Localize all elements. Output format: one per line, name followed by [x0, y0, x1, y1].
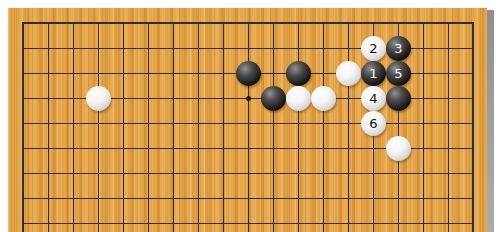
black-stone-Q17: 5 — [386, 61, 411, 86]
grid-line-horizontal — [22, 123, 474, 124]
go-diagram-page: 231546 — [0, 0, 500, 232]
grid-line-vertical — [73, 22, 74, 232]
black-stone-Q18: 3 — [386, 36, 411, 61]
black-stone-Q16 — [386, 86, 411, 111]
white-stone-M16 — [286, 86, 311, 111]
white-stone-P15: 6 — [361, 111, 386, 136]
grid-line-vertical — [248, 22, 249, 232]
grid-line-vertical — [423, 22, 424, 232]
white-stone-Q14 — [386, 136, 411, 161]
grid-line-horizontal — [22, 173, 474, 174]
move-number-label: 2 — [369, 42, 377, 55]
grid-line-vertical — [273, 22, 274, 232]
grid-line-horizontal — [22, 22, 474, 24]
grid-line-vertical — [198, 22, 199, 232]
grid-line-horizontal — [22, 223, 474, 224]
white-stone-P16: 4 — [361, 86, 386, 111]
grid-line-vertical — [223, 22, 224, 232]
grid-line-horizontal — [22, 198, 474, 199]
grid-line-vertical — [323, 22, 324, 232]
grid-line-vertical — [298, 22, 299, 232]
grid-line-vertical — [472, 22, 474, 232]
white-stone-D16 — [86, 86, 111, 111]
move-number-label: 6 — [369, 117, 377, 130]
grid-line-vertical — [98, 22, 99, 232]
grid-line-vertical — [22, 22, 24, 232]
white-stone-O17 — [336, 61, 361, 86]
grid-line-vertical — [348, 22, 349, 232]
move-number-label: 1 — [369, 67, 377, 80]
grid-line-vertical — [48, 22, 49, 232]
white-stone-N16 — [311, 86, 336, 111]
white-stone-P18: 2 — [361, 36, 386, 61]
grid-line-vertical — [123, 22, 124, 232]
black-stone-P17: 1 — [361, 61, 386, 86]
move-number-label: 3 — [394, 42, 402, 55]
black-stone-M17 — [286, 61, 311, 86]
move-number-label: 5 — [394, 67, 402, 80]
hoshi-point — [246, 96, 251, 101]
move-number-label: 4 — [369, 92, 377, 105]
grid-line-vertical — [148, 22, 149, 232]
go-board[interactable]: 231546 — [0, 0, 500, 232]
grid-line-vertical — [448, 22, 449, 232]
grid-line-vertical — [173, 22, 174, 232]
black-stone-K17 — [236, 61, 261, 86]
black-stone-L16 — [261, 86, 286, 111]
